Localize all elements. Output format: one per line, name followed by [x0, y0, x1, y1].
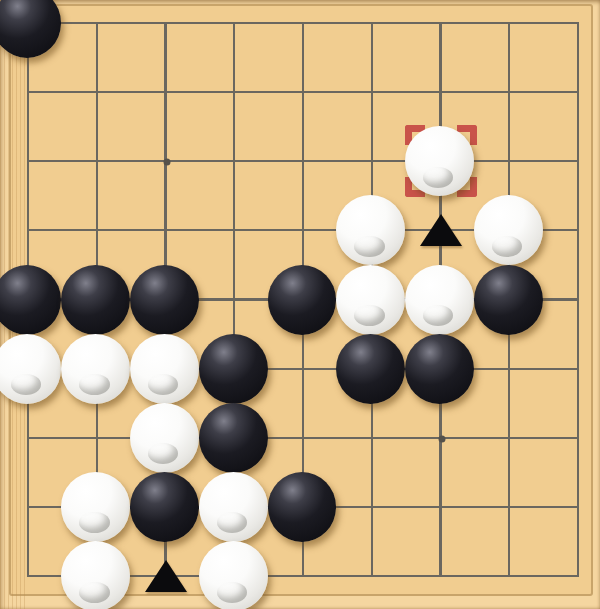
triangle-marker-icon — [145, 560, 187, 592]
intersection-B6[interactable] — [62, 196, 131, 265]
intersection-J8[interactable] — [544, 58, 600, 127]
intersection-A2[interactable] — [0, 472, 62, 541]
white-stone — [336, 265, 405, 335]
intersection-C6[interactable] — [131, 196, 200, 265]
intersection-A6[interactable] — [0, 196, 62, 265]
black-stone — [268, 265, 337, 335]
intersection-G5[interactable] — [406, 265, 475, 334]
black-stone — [130, 472, 199, 542]
black-stone — [336, 334, 405, 404]
intersection-F9[interactable] — [337, 0, 406, 58]
white-stone — [61, 334, 130, 404]
intersection-F6[interactable] — [337, 196, 406, 265]
intersection-A8[interactable] — [0, 58, 62, 127]
intersection-H5[interactable] — [475, 265, 544, 334]
intersection-B9[interactable] — [62, 0, 131, 58]
intersection-C8[interactable] — [131, 58, 200, 127]
black-stone — [0, 0, 61, 58]
intersection-J1[interactable] — [544, 541, 600, 609]
intersection-H8[interactable] — [475, 58, 544, 127]
black-stone — [130, 265, 199, 335]
intersection-F4[interactable] — [337, 334, 406, 403]
intersection-B8[interactable] — [62, 58, 131, 127]
intersection-G4[interactable] — [406, 334, 475, 403]
black-stone — [199, 334, 268, 404]
intersection-F5[interactable] — [337, 265, 406, 334]
intersection-G3[interactable] — [406, 403, 475, 472]
intersection-J6[interactable] — [544, 196, 600, 265]
intersection-B7[interactable] — [62, 127, 131, 196]
black-stone — [405, 334, 474, 404]
intersection-G6[interactable] — [406, 196, 475, 265]
intersection-C7[interactable] — [131, 127, 200, 196]
intersection-F7[interactable] — [337, 127, 406, 196]
intersection-E1[interactable] — [269, 541, 338, 609]
intersection-E7[interactable] — [269, 127, 338, 196]
intersection-E6[interactable] — [269, 196, 338, 265]
intersection-D4[interactable] — [200, 334, 269, 403]
intersection-B2[interactable] — [62, 472, 131, 541]
intersection-H2[interactable] — [475, 472, 544, 541]
intersection-G7[interactable] — [406, 127, 475, 196]
intersection-F8[interactable] — [337, 58, 406, 127]
white-stone — [474, 195, 543, 265]
intersection-E2[interactable] — [269, 472, 338, 541]
black-stone — [0, 265, 61, 335]
go-board — [0, 0, 600, 609]
intersection-A4[interactable] — [0, 334, 62, 403]
black-stone — [61, 265, 130, 335]
intersection-J9[interactable] — [544, 0, 600, 58]
intersection-A3[interactable] — [0, 403, 62, 472]
intersection-C2[interactable] — [131, 472, 200, 541]
intersection-D7[interactable] — [200, 127, 269, 196]
white-stone — [130, 403, 199, 473]
intersection-A5[interactable] — [0, 265, 62, 334]
intersection-E3[interactable] — [269, 403, 338, 472]
intersection-E5[interactable] — [269, 265, 338, 334]
black-stone — [474, 265, 543, 335]
white-stone — [130, 334, 199, 404]
intersection-A7[interactable] — [0, 127, 62, 196]
intersection-H9[interactable] — [475, 0, 544, 58]
intersection-C4[interactable] — [131, 334, 200, 403]
white-stone — [61, 541, 130, 609]
intersection-C5[interactable] — [131, 265, 200, 334]
intersection-J4[interactable] — [544, 334, 600, 403]
intersection-F2[interactable] — [337, 472, 406, 541]
intersection-D5[interactable] — [200, 265, 269, 334]
intersection-H1[interactable] — [475, 541, 544, 609]
intersection-E8[interactable] — [269, 58, 338, 127]
intersection-H6[interactable] — [475, 196, 544, 265]
intersection-D9[interactable] — [200, 0, 269, 58]
triangle-marker-icon — [420, 214, 462, 246]
white-stone — [336, 195, 405, 265]
intersection-D2[interactable] — [200, 472, 269, 541]
intersection-B5[interactable] — [62, 265, 131, 334]
black-stone — [199, 403, 268, 473]
intersection-G9[interactable] — [406, 0, 475, 58]
intersection-D8[interactable] — [200, 58, 269, 127]
white-stone — [405, 126, 474, 196]
intersection-D1[interactable] — [200, 541, 269, 609]
intersection-E4[interactable] — [269, 334, 338, 403]
intersection-B1[interactable] — [62, 541, 131, 609]
intersections-grid — [0, 0, 600, 609]
white-stone — [0, 334, 61, 404]
white-stone — [199, 541, 268, 609]
intersection-C1[interactable] — [131, 541, 200, 609]
intersection-G2[interactable] — [406, 472, 475, 541]
intersection-G1[interactable] — [406, 541, 475, 609]
intersection-C3[interactable] — [131, 403, 200, 472]
white-stone — [405, 265, 474, 335]
intersection-H3[interactable] — [475, 403, 544, 472]
intersection-D6[interactable] — [200, 196, 269, 265]
intersection-E9[interactable] — [269, 0, 338, 58]
intersection-B4[interactable] — [62, 334, 131, 403]
intersection-J2[interactable] — [544, 472, 600, 541]
intersection-C9[interactable] — [131, 0, 200, 58]
intersection-G8[interactable] — [406, 58, 475, 127]
intersection-F3[interactable] — [337, 403, 406, 472]
white-stone — [61, 472, 130, 542]
intersection-H7[interactable] — [475, 127, 544, 196]
intersection-H4[interactable] — [475, 334, 544, 403]
black-stone — [268, 472, 337, 542]
intersection-F1[interactable] — [337, 541, 406, 609]
intersection-A1[interactable] — [0, 541, 62, 609]
white-stone — [199, 472, 268, 542]
intersection-J3[interactable] — [544, 403, 600, 472]
intersection-J5[interactable] — [544, 265, 600, 334]
intersection-J7[interactable] — [544, 127, 600, 196]
intersection-D3[interactable] — [200, 403, 269, 472]
intersection-A9[interactable] — [0, 0, 62, 58]
intersection-B3[interactable] — [62, 403, 131, 472]
